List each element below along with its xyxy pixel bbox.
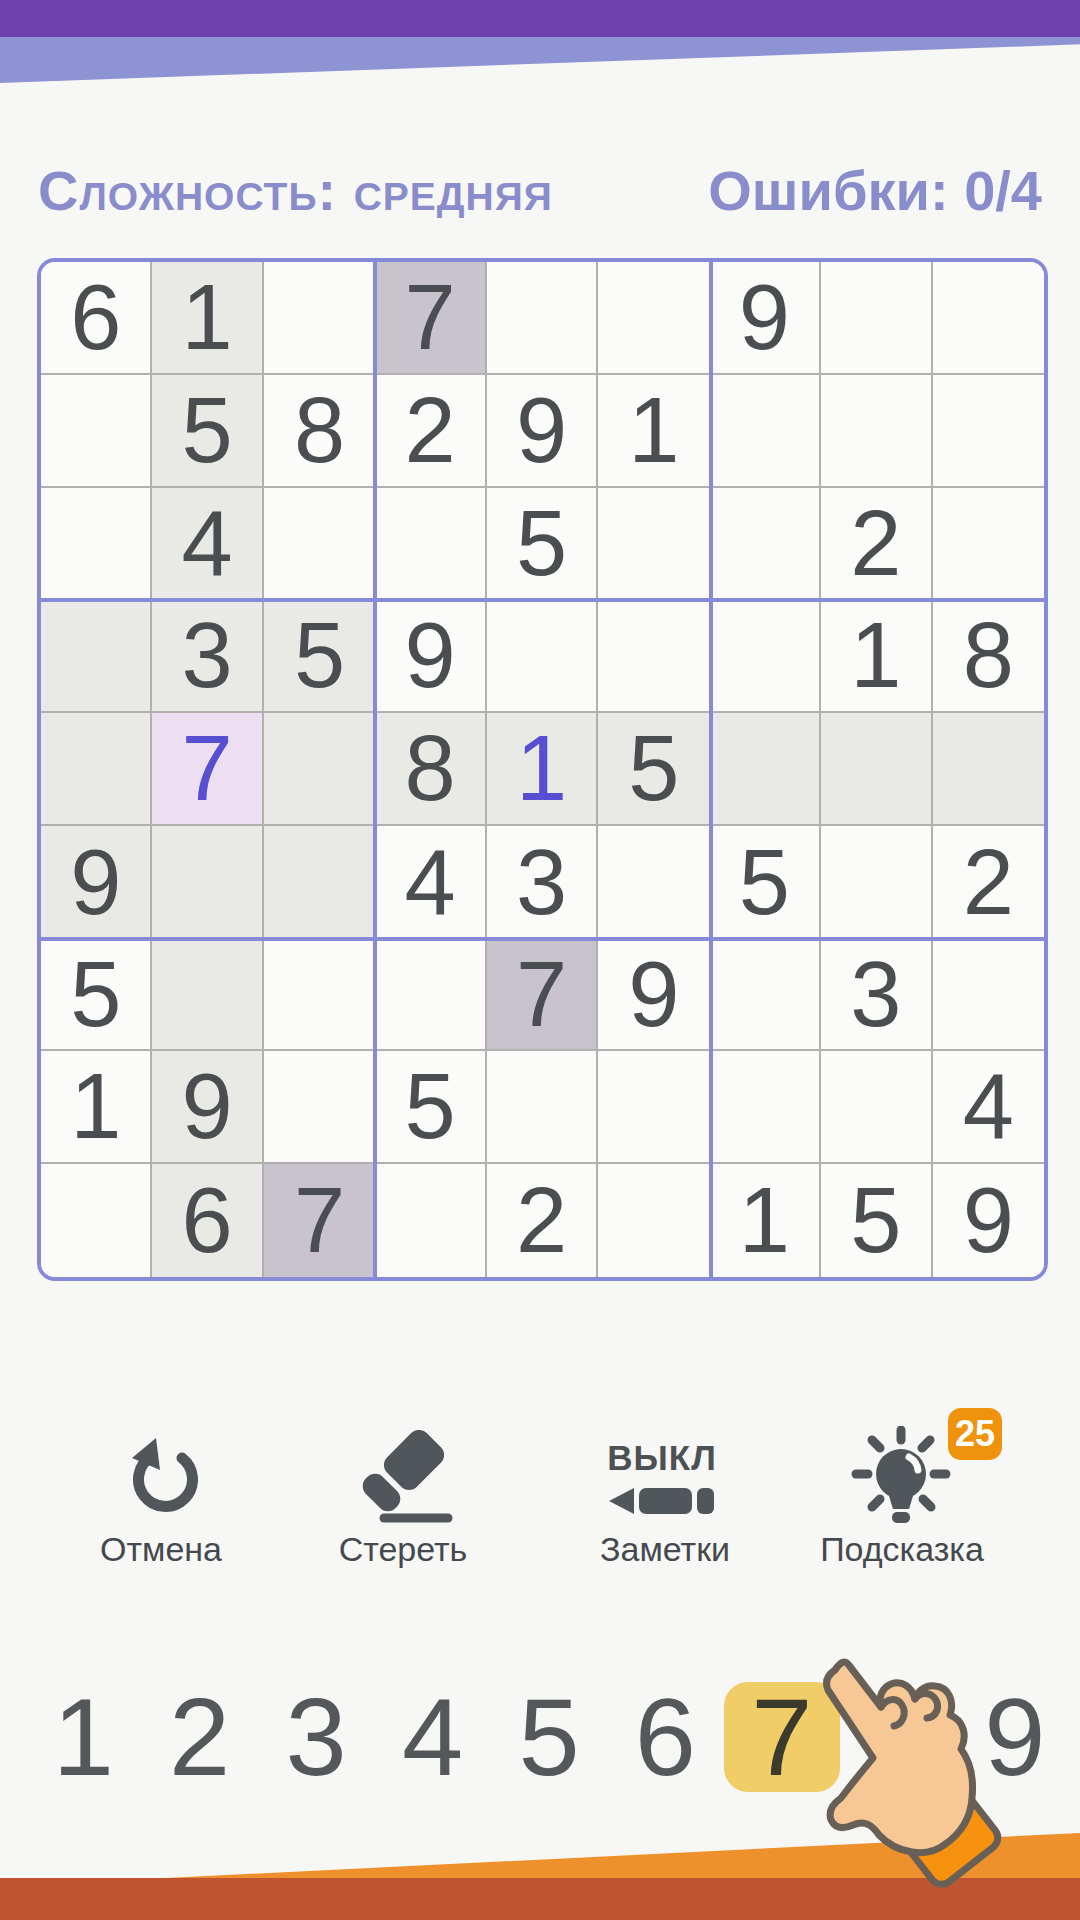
cell-r5c1[interactable] — [41, 713, 152, 826]
cell-r7c3[interactable] — [264, 939, 375, 1052]
cell-r7c9[interactable] — [933, 939, 1044, 1052]
hint-button[interactable]: Подсказка — [820, 1530, 984, 1569]
cell-r3c8[interactable]: 2 — [821, 488, 932, 601]
cell-r4c7[interactable] — [710, 600, 821, 713]
cell-r5c5[interactable]: 1 — [487, 713, 598, 826]
cell-r5c9[interactable] — [933, 713, 1044, 826]
cell-r2c7[interactable] — [710, 375, 821, 488]
cell-r2c1[interactable] — [41, 375, 152, 488]
numpad-key-2[interactable]: 2 — [141, 1682, 257, 1792]
cell-r6c9[interactable]: 2 — [933, 826, 1044, 939]
cell-r1c3[interactable] — [264, 262, 375, 375]
cell-r9c6[interactable] — [598, 1164, 709, 1277]
mistakes-counter: Ошибки: 0/4 — [708, 158, 1042, 223]
cell-r4c1[interactable] — [41, 600, 152, 713]
cell-r9c3[interactable]: 7 — [264, 1164, 375, 1277]
cell-r3c5[interactable]: 5 — [487, 488, 598, 601]
cell-r6c3[interactable] — [264, 826, 375, 939]
cell-r2c6[interactable]: 1 — [598, 375, 709, 488]
cell-r8c5[interactable] — [487, 1051, 598, 1164]
cell-r3c3[interactable] — [264, 488, 375, 601]
cell-r9c7[interactable]: 1 — [710, 1164, 821, 1277]
notes-toggle-state: ВЫКЛ — [607, 1438, 716, 1478]
cell-r7c5[interactable]: 7 — [487, 939, 598, 1052]
numpad-key-6[interactable]: 6 — [607, 1682, 723, 1792]
cell-r8c6[interactable] — [598, 1051, 709, 1164]
cell-r7c1[interactable]: 5 — [41, 939, 152, 1052]
cell-r1c1[interactable]: 6 — [41, 262, 152, 375]
numpad-key-5[interactable]: 5 — [491, 1682, 607, 1792]
sudoku-board[interactable]: 6179582914523591878159435257931954672159 — [37, 258, 1048, 1281]
erase-button[interactable]: Стереть — [339, 1530, 468, 1569]
cell-r4c6[interactable] — [598, 600, 709, 713]
top-status-bar — [0, 0, 1080, 37]
cell-r6c1[interactable]: 9 — [41, 826, 152, 939]
box-line-vertical-2 — [709, 262, 713, 1277]
numpad-key-3[interactable]: 3 — [258, 1682, 374, 1792]
numpad-key-1[interactable]: 1 — [25, 1682, 141, 1792]
cell-r8c9[interactable]: 4 — [933, 1051, 1044, 1164]
cell-r3c1[interactable] — [41, 488, 152, 601]
cell-r9c4[interactable] — [375, 1164, 486, 1277]
box-line-horizontal-2 — [41, 937, 1044, 941]
cell-r1c4[interactable]: 7 — [375, 262, 486, 375]
cell-r2c3[interactable]: 8 — [264, 375, 375, 488]
cell-r4c3[interactable]: 5 — [264, 600, 375, 713]
cell-r6c8[interactable] — [821, 826, 932, 939]
cell-r9c1[interactable] — [41, 1164, 152, 1277]
pencil-icon[interactable] — [606, 1483, 718, 1519]
cell-r5c4[interactable]: 8 — [375, 713, 486, 826]
cell-r8c1[interactable]: 1 — [41, 1051, 152, 1164]
cell-r5c2[interactable]: 7 — [152, 713, 263, 826]
cell-r1c2[interactable]: 1 — [152, 262, 263, 375]
cell-r5c7[interactable] — [710, 713, 821, 826]
cell-r5c8[interactable] — [821, 713, 932, 826]
cell-r6c2[interactable] — [152, 826, 263, 939]
cell-r8c8[interactable] — [821, 1051, 932, 1164]
cell-r3c2[interactable]: 4 — [152, 488, 263, 601]
undo-icon[interactable] — [126, 1436, 198, 1520]
eraser-icon[interactable] — [352, 1430, 454, 1524]
cell-r8c2[interactable]: 9 — [152, 1051, 263, 1164]
cell-r3c6[interactable] — [598, 488, 709, 601]
cell-r7c2[interactable] — [152, 939, 263, 1052]
cell-r5c3[interactable] — [264, 713, 375, 826]
numpad-key-4[interactable]: 4 — [374, 1682, 490, 1792]
cell-r2c4[interactable]: 2 — [375, 375, 486, 488]
cell-r7c7[interactable] — [710, 939, 821, 1052]
cell-r1c6[interactable] — [598, 262, 709, 375]
cell-r4c5[interactable] — [487, 600, 598, 713]
hint-count-badge: 25 — [948, 1408, 1002, 1460]
cell-r9c5[interactable]: 2 — [487, 1164, 598, 1277]
hand-cursor — [815, 1638, 1080, 1902]
cell-r3c4[interactable] — [375, 488, 486, 601]
notes-button[interactable]: Заметки — [600, 1530, 730, 1569]
cell-r9c2[interactable]: 6 — [152, 1164, 263, 1277]
cell-r9c9[interactable]: 9 — [933, 1164, 1044, 1277]
cell-r4c2[interactable]: 3 — [152, 600, 263, 713]
cell-r1c8[interactable] — [821, 262, 932, 375]
cell-r5c6[interactable]: 5 — [598, 713, 709, 826]
cell-r6c5[interactable]: 3 — [487, 826, 598, 939]
sudoku-cells: 6179582914523591878159435257931954672159 — [41, 262, 1044, 1277]
cell-r1c5[interactable] — [487, 262, 598, 375]
top-accent-band — [0, 37, 1080, 83]
cell-r6c4[interactable]: 4 — [375, 826, 486, 939]
cell-r2c8[interactable] — [821, 375, 932, 488]
cell-r4c4[interactable]: 9 — [375, 600, 486, 713]
cell-r7c8[interactable]: 3 — [821, 939, 932, 1052]
cell-r4c9[interactable]: 8 — [933, 600, 1044, 713]
cell-r6c6[interactable] — [598, 826, 709, 939]
cell-r2c5[interactable]: 9 — [487, 375, 598, 488]
cell-r1c9[interactable] — [933, 262, 1044, 375]
cell-r3c9[interactable] — [933, 488, 1044, 601]
box-line-vertical-1 — [373, 262, 377, 1277]
cell-r3c7[interactable] — [710, 488, 821, 601]
cell-r2c9[interactable] — [933, 375, 1044, 488]
cell-r8c4[interactable]: 5 — [375, 1051, 486, 1164]
box-line-horizontal-1 — [41, 598, 1044, 602]
cell-r1c7[interactable]: 9 — [710, 262, 821, 375]
cell-r6c7[interactable]: 5 — [710, 826, 821, 939]
lightbulb-icon[interactable] — [845, 1426, 957, 1528]
cell-r7c4[interactable] — [375, 939, 486, 1052]
cell-r7c6[interactable]: 9 — [598, 939, 709, 1052]
cell-r8c3[interactable] — [264, 1051, 375, 1164]
cell-r2c2[interactable]: 5 — [152, 375, 263, 488]
difficulty-label: Сложность: средняя — [38, 158, 553, 223]
cell-r9c8[interactable]: 5 — [821, 1164, 932, 1277]
cell-r4c8[interactable]: 1 — [821, 600, 932, 713]
undo-button[interactable]: Отмена — [100, 1530, 222, 1569]
cell-r8c7[interactable] — [710, 1051, 821, 1164]
